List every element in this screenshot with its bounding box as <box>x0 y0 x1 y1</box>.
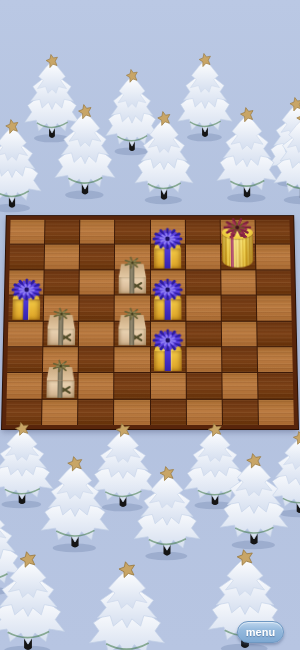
snow-tree <box>133 110 195 205</box>
square-f3 <box>186 347 221 372</box>
gift-front <box>154 249 181 268</box>
square-f4[interactable] <box>186 321 221 346</box>
parcel-front <box>47 328 75 345</box>
square-h1 <box>258 399 294 424</box>
square-d3 <box>115 347 150 372</box>
snow-tree <box>53 103 117 200</box>
purple-bow-icon <box>150 328 186 352</box>
square-a2 <box>7 373 42 398</box>
square-d6[interactable] <box>115 270 149 294</box>
brown-parcel-piece[interactable] <box>117 304 147 345</box>
snow-tree <box>0 118 43 213</box>
square-g7[interactable] <box>221 245 256 269</box>
square-c8 <box>80 220 114 244</box>
snow-tree <box>0 550 67 650</box>
square-d2[interactable] <box>115 373 150 398</box>
parcel-front <box>118 328 146 345</box>
square-c2 <box>79 373 114 398</box>
square-d4[interactable] <box>115 321 150 346</box>
twine-bow-icon <box>122 307 142 321</box>
square-a3[interactable] <box>7 347 42 372</box>
parcel-front <box>119 277 146 293</box>
twine-bow-icon <box>51 307 71 321</box>
square-c3[interactable] <box>79 347 114 372</box>
twine-cross-icon <box>130 332 143 343</box>
snow-tree <box>39 455 111 553</box>
square-f7 <box>186 245 220 269</box>
square-e5[interactable] <box>150 296 185 321</box>
twine-cross-icon <box>59 332 72 343</box>
square-a7[interactable] <box>9 245 44 269</box>
square-c5[interactable] <box>79 296 114 321</box>
square-e2 <box>150 373 185 398</box>
twine-cross-icon <box>130 281 143 292</box>
square-f6[interactable] <box>186 270 221 294</box>
square-g3[interactable] <box>222 347 257 372</box>
square-h5 <box>257 296 292 321</box>
square-f2[interactable] <box>186 373 221 398</box>
purple-bow-icon <box>8 277 44 300</box>
red-bow-icon <box>221 216 254 237</box>
brown-parcel-piece[interactable] <box>118 253 147 293</box>
game-screen: menu <box>0 0 300 650</box>
board-perspective-wrap <box>2 211 298 429</box>
square-a8 <box>10 220 45 244</box>
purple-bow-icon <box>150 226 185 249</box>
square-g6 <box>221 270 256 294</box>
snow-tree <box>215 106 279 203</box>
square-h7 <box>256 245 291 269</box>
twine-bow-icon <box>51 359 71 373</box>
brown-parcel-piece[interactable] <box>46 304 76 345</box>
square-c6 <box>80 270 115 294</box>
square-h4[interactable] <box>257 321 292 346</box>
square-f8[interactable] <box>185 220 219 244</box>
square-e3[interactable] <box>150 347 185 372</box>
square-b7 <box>45 245 80 269</box>
square-f5 <box>186 296 221 321</box>
square-c7[interactable] <box>80 245 114 269</box>
square-h3 <box>258 347 293 372</box>
parcel-front <box>46 381 74 398</box>
checkers-board <box>2 216 298 429</box>
square-h8[interactable] <box>255 220 290 244</box>
square-g4 <box>222 321 257 346</box>
square-d8[interactable] <box>115 220 149 244</box>
square-b8[interactable] <box>45 220 79 244</box>
twine-cross-icon <box>58 385 71 396</box>
square-e7[interactable] <box>150 245 184 269</box>
gold-gift-piece[interactable] <box>153 329 183 371</box>
square-b2[interactable] <box>43 373 78 398</box>
square-g2 <box>222 373 257 398</box>
gold-gift-piece[interactable] <box>11 278 41 320</box>
gift-front <box>154 351 182 371</box>
snow-tree <box>87 560 167 650</box>
square-a4 <box>8 321 43 346</box>
square-h2[interactable] <box>258 373 293 398</box>
twine-bow-icon <box>123 256 143 269</box>
square-h6[interactable] <box>256 270 291 294</box>
snow-tree <box>218 452 290 550</box>
menu-button[interactable]: menu <box>237 621 284 643</box>
purple-bow-icon <box>150 277 185 300</box>
gold-king-cylinder-piece[interactable] <box>220 218 256 269</box>
snow-tree <box>132 465 202 561</box>
gift-front <box>12 300 40 319</box>
square-a5[interactable] <box>8 296 43 321</box>
gold-gift-piece[interactable] <box>153 227 182 268</box>
square-b6[interactable] <box>44 270 79 294</box>
square-c4 <box>79 321 114 346</box>
square-g5[interactable] <box>221 296 256 321</box>
snow-tree <box>272 110 300 205</box>
square-b4[interactable] <box>43 321 78 346</box>
gift-front <box>154 300 182 319</box>
gold-gift-piece[interactable] <box>153 278 183 320</box>
brown-parcel-piece[interactable] <box>45 356 75 398</box>
